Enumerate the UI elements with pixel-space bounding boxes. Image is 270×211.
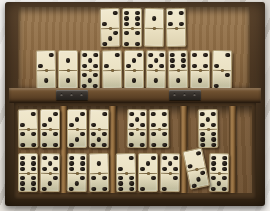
compartment-back-row — [116, 109, 180, 150]
pip-icon — [151, 112, 155, 116]
domino-tile-2-2[interactable] — [212, 50, 233, 89]
pip-icon — [211, 137, 215, 141]
pip-icon — [113, 11, 117, 15]
pip-icon — [102, 112, 106, 116]
domino-half-6-pips — [123, 9, 141, 28]
compartment-back-row — [67, 109, 109, 150]
brass-spinner-icon — [108, 27, 111, 30]
brass-spinner-icon — [27, 172, 30, 175]
domino-tile-3-3[interactable] — [67, 109, 87, 148]
pip-icon — [53, 112, 57, 116]
pip-icon — [173, 156, 177, 160]
hinge-rail — [9, 88, 261, 103]
pip-icon — [140, 132, 144, 136]
tray-compartment-5 — [236, 106, 252, 193]
compartment-back-row — [18, 109, 60, 150]
pip-icon — [162, 112, 166, 116]
pip-icon — [137, 53, 141, 57]
domino-half-5-pips — [90, 130, 108, 149]
pip-icon — [69, 187, 73, 191]
pip-icon — [53, 176, 57, 180]
domino-half-3-pips — [68, 174, 86, 193]
pip-icon — [168, 11, 172, 15]
pip-icon — [20, 181, 24, 185]
pip-icon — [211, 123, 215, 127]
domino-half-4-pips — [128, 130, 146, 149]
pip-icon — [129, 187, 133, 191]
pip-icon — [31, 156, 35, 160]
pip-icon — [20, 176, 24, 180]
domino-tile-5-4[interactable] — [127, 109, 148, 148]
pip-icon — [31, 112, 35, 116]
domino-half-3-pips — [68, 130, 86, 149]
domino-half-6-pips — [169, 51, 187, 70]
tile-divider-line — [123, 28, 141, 29]
pip-icon — [129, 176, 133, 180]
pip-icon — [200, 123, 204, 127]
compartment-back-row — [236, 109, 252, 150]
brass-spinner-icon — [220, 69, 223, 72]
pip-icon — [159, 53, 163, 57]
pip-icon — [97, 161, 101, 165]
pip-icon — [198, 78, 202, 82]
domino-tile-4-4[interactable] — [149, 109, 170, 148]
pip-icon — [66, 78, 70, 82]
pip-icon — [212, 161, 216, 165]
pip-icon — [70, 161, 74, 165]
tray-compartment-3 — [116, 106, 180, 193]
pip-icon — [75, 181, 79, 185]
domino-tile-6-6[interactable] — [18, 153, 38, 192]
pip-icon — [181, 64, 185, 68]
brass-spinner-icon — [76, 128, 79, 131]
pip-icon — [88, 58, 92, 62]
pip-icon — [124, 42, 128, 46]
pip-icon — [170, 64, 174, 68]
pip-icon — [69, 143, 73, 147]
pip-icon — [162, 132, 166, 136]
pip-icon — [162, 123, 166, 127]
pip-icon — [42, 132, 46, 136]
pip-icon — [20, 161, 24, 165]
pip-icon — [196, 177, 201, 182]
pip-icon — [225, 73, 229, 77]
compartment-front-row — [18, 153, 60, 194]
pip-icon — [211, 143, 215, 147]
pip-icon — [192, 183, 197, 188]
domino-half-5-pips — [199, 110, 217, 129]
pip-icon — [222, 187, 226, 191]
pip-icon — [103, 42, 107, 46]
pip-icon — [181, 58, 185, 62]
brass-spinner-icon — [168, 172, 171, 175]
domino-tile-2-6[interactable] — [116, 153, 137, 192]
pip-icon — [31, 143, 35, 147]
domino-half-2-pips — [213, 51, 231, 70]
pip-icon — [53, 132, 57, 136]
domino-tile-6-5[interactable] — [209, 153, 230, 192]
domino-tile-5-1[interactable] — [146, 50, 167, 89]
pip-icon — [48, 117, 52, 121]
pip-icon — [21, 132, 25, 136]
domino-half-5-pips — [147, 51, 165, 70]
box-lid-interior — [18, 7, 250, 90]
tile-divider-line — [19, 173, 37, 174]
pip-icon — [69, 167, 73, 171]
tile-divider-line — [139, 173, 157, 174]
domino-half-6-pips — [68, 154, 86, 173]
pip-icon — [222, 156, 226, 160]
tray-compartment-2 — [67, 106, 109, 193]
pip-icon — [203, 53, 207, 57]
domino-half-2-pips — [139, 174, 157, 193]
pip-icon — [31, 167, 35, 171]
pip-icon — [140, 143, 144, 147]
marble-surface — [0, 0, 270, 211]
domino-half-6-pips — [19, 174, 37, 193]
pip-icon — [151, 176, 155, 180]
brass-spinner-icon — [195, 168, 199, 172]
domino-tile-2-5[interactable] — [89, 109, 110, 148]
pip-icon — [31, 161, 35, 165]
domino-tile-1-4[interactable] — [89, 153, 110, 192]
pip-icon — [75, 137, 79, 141]
pip-icon — [196, 151, 201, 156]
domino-half-3-pips — [68, 110, 86, 129]
domino-tile-5-5[interactable] — [80, 50, 101, 89]
domino-half-2-pips — [19, 110, 37, 129]
pip-icon — [104, 64, 108, 68]
pip-icon — [200, 112, 204, 116]
pip-icon — [70, 156, 74, 160]
pip-icon — [214, 64, 218, 68]
tray-compartment-1 — [18, 106, 60, 193]
domino-tile-4-0[interactable] — [166, 8, 187, 47]
domino-half-6-pips — [19, 154, 37, 173]
domino-half-2-pips — [90, 110, 108, 129]
tile-divider-line — [191, 70, 209, 71]
domino-tile-3-2[interactable] — [138, 153, 158, 192]
pip-icon — [20, 156, 24, 160]
pip-icon — [132, 58, 136, 62]
pip-icon — [146, 161, 150, 165]
lid-row-main — [18, 50, 250, 89]
hinge-right-icon — [169, 90, 201, 100]
pip-icon — [80, 176, 84, 180]
pip-icon — [80, 161, 84, 165]
domino-tile-1-0[interactable] — [144, 8, 165, 47]
pip-icon — [20, 167, 24, 171]
pip-icon — [129, 156, 133, 160]
pip-icon — [31, 132, 35, 136]
brass-spinner-icon — [26, 128, 29, 131]
pip-icon — [93, 53, 97, 57]
pip-icon — [119, 181, 123, 185]
brass-spinner-icon — [75, 172, 78, 175]
pip-icon — [108, 36, 112, 40]
compartment-front-row — [187, 153, 229, 194]
compartment-back-row — [187, 109, 229, 150]
lid-row-top — [27, 8, 259, 47]
pip-icon — [115, 53, 119, 57]
domino-half-5-pips — [41, 154, 59, 173]
brass-spinner-icon — [48, 172, 51, 175]
pip-icon — [53, 167, 57, 171]
brass-spinner-icon — [124, 172, 127, 175]
domino-half-4-pips — [191, 51, 209, 70]
domino-tile-3-1[interactable] — [124, 50, 144, 89]
pip-icon — [20, 187, 24, 191]
brass-spinner-icon — [174, 27, 177, 30]
pip-icon — [118, 167, 122, 171]
pip-icon — [140, 112, 144, 116]
pip-icon — [91, 123, 95, 127]
pip-icon — [44, 78, 48, 82]
pip-icon — [129, 123, 133, 127]
pip-icon — [181, 53, 185, 57]
brass-spinner-icon — [154, 69, 157, 72]
domino-half-5-pips — [161, 154, 179, 173]
pip-icon — [113, 31, 117, 35]
tray-divider — [109, 106, 116, 193]
pip-icon — [192, 64, 196, 68]
pip-icon — [211, 132, 215, 136]
pip-icon — [92, 187, 96, 191]
pip-icon — [48, 161, 52, 165]
pip-icon — [38, 64, 42, 68]
pip-icon — [126, 64, 130, 68]
domino-half-3-pips — [101, 29, 119, 48]
pip-icon — [222, 161, 226, 165]
pip-icon — [66, 58, 70, 62]
pip-icon — [135, 117, 139, 121]
pip-icon — [91, 143, 95, 147]
pip-icon — [130, 112, 134, 116]
domino-half-6-pips — [210, 154, 228, 173]
pip-icon — [83, 53, 87, 57]
pip-icon — [159, 64, 163, 68]
pip-icon — [217, 181, 221, 185]
pip-icon — [201, 137, 205, 141]
pip-icon — [163, 156, 167, 160]
pip-icon — [75, 117, 79, 121]
hinge-left-icon — [56, 90, 88, 100]
pip-icon — [222, 176, 226, 180]
pip-icon — [102, 187, 106, 191]
pip-icon — [151, 156, 155, 160]
pip-icon — [162, 143, 166, 147]
pip-icon — [119, 176, 123, 180]
pip-icon — [102, 132, 106, 136]
pip-icon — [21, 143, 25, 147]
pip-icon — [140, 123, 144, 127]
brass-spinner-icon — [88, 69, 91, 72]
pip-icon — [151, 123, 155, 127]
pip-icon — [179, 22, 183, 26]
domino-half-3-pips — [125, 51, 143, 70]
domino-half-3-pips — [139, 154, 157, 173]
pip-icon — [69, 123, 73, 127]
pip-icon — [152, 143, 156, 147]
domino-half-4-pips — [41, 130, 59, 149]
pip-icon — [42, 123, 46, 127]
domino-half-4-pips — [90, 174, 108, 193]
pip-icon — [200, 170, 205, 175]
pip-icon — [102, 22, 106, 26]
domino-tile-1-1[interactable] — [58, 50, 78, 89]
domino-half-6-pips — [117, 174, 135, 193]
box-tray — [14, 103, 256, 199]
brass-spinner-icon — [110, 69, 113, 72]
domino-half-2-pips — [103, 51, 121, 70]
pip-icon — [53, 143, 57, 147]
brass-spinner-icon — [147, 172, 150, 175]
brass-spinner-icon — [217, 172, 220, 175]
pip-icon — [192, 53, 196, 57]
pip-icon — [211, 167, 215, 171]
brass-spinner-icon — [206, 128, 209, 131]
pip-icon — [124, 11, 128, 15]
brass-spinner-icon — [44, 69, 47, 72]
brass-spinner-icon — [152, 27, 155, 30]
domino-tile-6-3[interactable] — [67, 153, 88, 192]
brass-spinner-icon — [131, 27, 134, 30]
pip-icon — [48, 181, 52, 185]
pip-icon — [97, 137, 101, 141]
pip-icon — [211, 187, 215, 191]
pip-icon — [179, 11, 183, 15]
domino-half-1-pips — [59, 51, 77, 70]
pip-icon — [135, 31, 139, 35]
pip-icon — [49, 53, 53, 57]
pip-icon — [91, 132, 95, 136]
pip-icon — [201, 132, 205, 136]
pip-icon — [222, 167, 226, 171]
brass-spinner-icon — [49, 128, 52, 131]
domino-tile-5-6[interactable] — [198, 109, 219, 148]
brass-spinner-icon — [97, 172, 100, 175]
pip-icon — [201, 143, 205, 147]
pip-icon — [20, 123, 24, 127]
pip-icon — [102, 143, 106, 147]
pip-icon — [162, 187, 166, 191]
domino-half-2-pips — [117, 154, 135, 173]
pip-icon — [152, 132, 156, 136]
brass-spinner-icon — [97, 128, 100, 131]
domino-tile-2-0[interactable] — [102, 50, 123, 89]
pip-icon — [149, 53, 153, 57]
domino-half-0-pips — [167, 29, 185, 48]
pip-icon — [80, 112, 84, 116]
pip-icon — [135, 42, 139, 46]
brass-spinner-icon — [133, 69, 136, 72]
pip-icon — [140, 187, 144, 191]
pip-icon — [170, 58, 174, 62]
domino-half-3-pips — [188, 168, 210, 190]
pip-icon — [31, 187, 35, 191]
pip-icon — [211, 176, 215, 180]
pip-icon — [152, 16, 156, 20]
compartment-front-row — [236, 153, 252, 194]
pip-icon — [173, 167, 177, 171]
tray-divider — [180, 106, 187, 193]
brass-spinner-icon — [157, 128, 160, 131]
domino-tile-2-3[interactable] — [100, 8, 121, 47]
domino-box — [5, 2, 265, 206]
pip-icon — [80, 167, 84, 171]
domino-half-4-pips — [19, 130, 37, 149]
pip-icon — [154, 58, 158, 62]
pip-icon — [135, 16, 139, 20]
pip-icon — [124, 31, 128, 35]
pip-icon — [42, 167, 46, 171]
pip-icon — [162, 167, 166, 171]
domino-tile-5-2[interactable] — [160, 153, 181, 192]
pip-icon — [211, 112, 215, 116]
tray-divider — [229, 106, 236, 193]
pip-icon — [188, 164, 193, 169]
pip-icon — [43, 156, 47, 160]
pip-icon — [80, 156, 84, 160]
pip-icon — [88, 78, 92, 82]
pip-icon — [212, 156, 216, 160]
tile-divider-line — [68, 129, 86, 130]
pip-icon — [129, 181, 133, 185]
pip-icon — [203, 64, 207, 68]
domino-half-2-pips — [37, 51, 55, 70]
tray-compartment-4 — [187, 106, 229, 193]
pip-icon — [102, 176, 106, 180]
domino-tile-6-4[interactable] — [122, 8, 142, 47]
domino-half-2-pips — [161, 174, 179, 193]
domino-tile-3-4[interactable] — [40, 109, 60, 148]
pip-icon — [132, 78, 136, 82]
pip-icon — [124, 22, 128, 26]
domino-half-5-pips — [210, 174, 228, 193]
domino-tile-2-4[interactable] — [18, 109, 39, 148]
pip-icon — [225, 53, 229, 57]
pip-icon — [154, 78, 158, 82]
pip-icon — [42, 143, 46, 147]
domino-half-4-pips — [167, 9, 185, 28]
pip-icon — [140, 167, 144, 171]
domino-half-1-pips — [90, 154, 108, 173]
pip-icon — [92, 176, 96, 180]
pip-icon — [129, 143, 133, 147]
pip-icon — [119, 187, 123, 191]
pip-icon — [31, 176, 35, 180]
pip-icon — [173, 176, 177, 180]
domino-half-5-pips — [128, 110, 146, 129]
pip-icon — [53, 156, 57, 160]
domino-half-1-pips — [145, 9, 163, 28]
brass-spinner-icon — [199, 69, 202, 72]
domino-tile-5-3[interactable] — [40, 153, 61, 192]
pip-icon — [148, 64, 152, 68]
domino-half-5-pips — [81, 51, 99, 70]
domino-tile-2-3[interactable] — [182, 147, 210, 189]
compartment-front-row — [116, 153, 180, 194]
pip-icon — [93, 73, 97, 77]
domino-tile-6-1[interactable] — [168, 50, 189, 89]
tray-interior — [18, 106, 252, 193]
compartment-front-row — [67, 153, 109, 194]
brass-spinner-icon — [135, 128, 138, 131]
pip-icon — [82, 73, 86, 77]
domino-tile-2-1[interactable] — [36, 50, 57, 89]
domino-tile-4-1[interactable] — [190, 50, 210, 89]
pip-icon — [168, 161, 172, 165]
